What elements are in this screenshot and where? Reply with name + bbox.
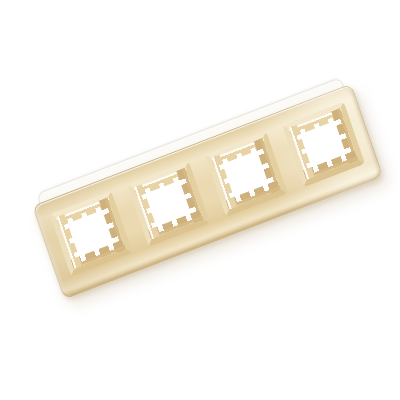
frame-opening-4 <box>282 102 365 188</box>
frame-opening-2 <box>127 161 210 247</box>
switch-frame <box>32 84 381 298</box>
product-photo <box>0 0 400 400</box>
frame-opening-1 <box>49 191 132 277</box>
frame-opening-3 <box>204 131 287 217</box>
frame-face <box>32 83 384 299</box>
